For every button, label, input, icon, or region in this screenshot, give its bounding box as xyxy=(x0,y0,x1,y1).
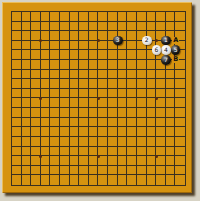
move-number: 6 xyxy=(154,47,158,53)
move-number: 2 xyxy=(145,37,149,43)
intersection-grid: 1234567AB xyxy=(7,7,190,190)
move-number: 4 xyxy=(164,47,168,53)
stone-black-m16: 3 xyxy=(113,36,123,46)
stone-black-r16: 1 xyxy=(161,36,171,46)
hoshi-dot xyxy=(97,97,100,100)
hoshi-dot xyxy=(97,155,100,158)
move-number: 1 xyxy=(164,37,168,43)
move-number: 3 xyxy=(116,37,120,43)
hoshi-dot xyxy=(97,39,100,42)
go-board[interactable]: 1234567AB xyxy=(2,2,192,193)
move-number: 7 xyxy=(164,57,168,63)
hoshi-dot xyxy=(39,97,42,100)
stone-white-q15: 6 xyxy=(152,45,162,55)
move-number: 5 xyxy=(174,47,178,53)
point-label-b: B xyxy=(172,56,179,63)
hoshi-dot xyxy=(155,97,158,100)
hoshi-dot xyxy=(155,39,158,42)
stone-black-s15: 5 xyxy=(171,45,181,55)
hoshi-dot xyxy=(155,155,158,158)
point-label-a: A xyxy=(172,37,179,44)
hoshi-dot xyxy=(39,155,42,158)
stone-black-r14: 7 xyxy=(161,55,171,65)
stone-white-r15: 4 xyxy=(161,45,171,55)
hoshi-dot xyxy=(39,39,42,42)
board-frame: 1234567AB xyxy=(0,0,200,201)
stone-white-p16: 2 xyxy=(142,36,152,46)
